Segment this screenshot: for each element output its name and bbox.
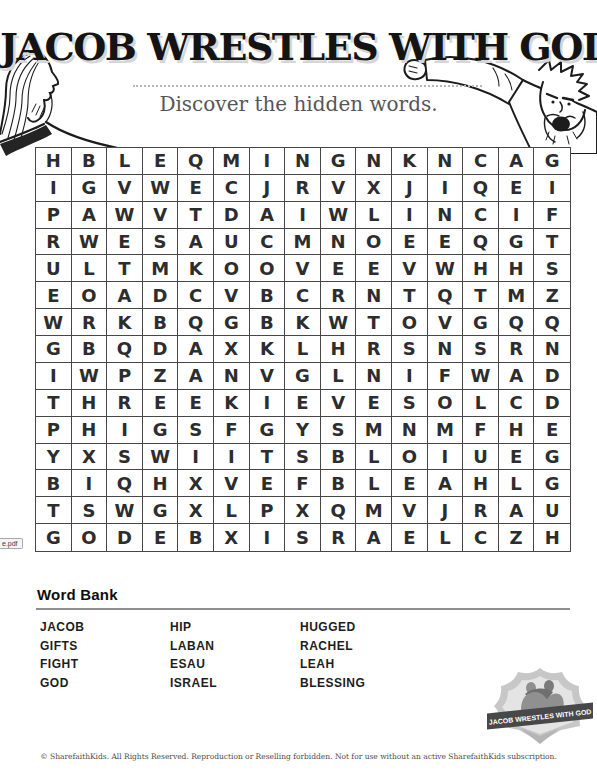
grid-cell[interactable]: X [178,470,214,497]
grid-cell[interactable]: I [392,202,428,229]
grid-cell[interactable]: N [428,148,464,175]
word-bank-heading: Word Bank [37,586,118,603]
grid-cell[interactable]: W [321,309,357,336]
grid-cell[interactable]: A [499,363,535,390]
grid-cell[interactable]: H [72,390,108,417]
grid-cell[interactable]: F [428,363,464,390]
grid-cell[interactable]: C [178,282,214,309]
grid-cell[interactable]: I [499,202,535,229]
grid-cell[interactable]: E [356,390,392,417]
grid-cell[interactable]: E [250,470,286,497]
grid-cell[interactable]: I [72,470,108,497]
grid-cell[interactable]: O [392,309,428,336]
grid-cell[interactable]: K [107,309,143,336]
grid-cell[interactable]: T [463,282,499,309]
grid-cell[interactable]: I [392,363,428,390]
grid-cell[interactable]: T [250,444,286,471]
grid-cell[interactable]: G [463,309,499,336]
grid-cell[interactable]: A [178,336,214,363]
grid-cell[interactable]: H [463,470,499,497]
grid-cell[interactable]: X [72,444,108,471]
grid-cell[interactable]: M [285,229,321,256]
grid-cell[interactable]: L [356,202,392,229]
grid-cell[interactable]: I [285,202,321,229]
grid-cell[interactable]: B [36,470,72,497]
grid-cell[interactable]: V [214,282,250,309]
grid-cell[interactable]: G [285,363,321,390]
grid-cell[interactable]: Y [36,444,72,471]
grid-cell[interactable]: I [250,390,286,417]
grid-cell[interactable]: G [143,497,179,524]
grid-cell[interactable]: X [356,175,392,202]
grid-cell[interactable]: O [72,282,108,309]
grid-cell[interactable]: M [143,255,179,282]
grid-cell[interactable]: I [36,175,72,202]
grid-cell[interactable]: S [285,444,321,471]
page-subtitle: Discover the hidden words. [0,92,597,116]
grid-cell[interactable]: A [356,524,392,551]
grid-cell[interactable]: A [178,363,214,390]
grid-cell[interactable]: V [143,202,179,229]
grid-cell[interactable]: P [36,202,72,229]
grid-cell[interactable]: J [392,175,428,202]
grid-cell[interactable]: C [463,148,499,175]
grid-cell[interactable]: N [285,148,321,175]
grid-cell[interactable]: F [214,417,250,444]
grid-cell[interactable]: W [36,309,72,336]
grid-cell[interactable]: M [214,148,250,175]
grid-cell[interactable]: Q [428,282,464,309]
grid-cell[interactable]: Y [285,417,321,444]
grid-cell[interactable]: B [143,309,179,336]
grid-cell[interactable]: B [321,470,357,497]
word-jacob: JACOB [40,618,85,637]
grid-cell[interactable]: E [499,175,535,202]
grid-cell[interactable]: R [285,175,321,202]
word-leah: LEAH [300,655,365,674]
grid-cell[interactable]: R [463,497,499,524]
grid-cell[interactable]: D [143,336,179,363]
grid-cell[interactable]: N [356,282,392,309]
grid-cell[interactable]: T [107,255,143,282]
grid-cell[interactable]: H [321,336,357,363]
grid-cell[interactable]: L [499,470,535,497]
grid-cell[interactable]: E [178,175,214,202]
filename-tooltip: e.pdf [0,538,23,549]
grid-cell[interactable]: A [178,229,214,256]
grid-cell[interactable]: E [428,229,464,256]
grid-cell[interactable]: I [36,363,72,390]
copyright-footer: © SharefaithKids. All Rights Reserved. R… [0,752,597,761]
grid-cell[interactable]: N [428,336,464,363]
grid-cell[interactable]: W [107,202,143,229]
grid-cell[interactable]: X [214,336,250,363]
grid-cell[interactable]: E [534,417,570,444]
grid-cell[interactable]: F [285,470,321,497]
grid-cell[interactable]: U [534,497,570,524]
grid-cell[interactable]: N [392,417,428,444]
grid-cell[interactable]: E [107,229,143,256]
grid-cell[interactable]: E [143,524,179,551]
grid-cell[interactable]: E [392,229,428,256]
grid-cell[interactable]: F [534,202,570,229]
grid-cell[interactable]: H [534,524,570,551]
grid-cell[interactable]: V [392,255,428,282]
grid-cell[interactable]: C [463,524,499,551]
grid-cell[interactable]: T [178,202,214,229]
grid-cell[interactable]: R [107,390,143,417]
word-fight: FIGHT [40,655,85,674]
grid-cell[interactable]: E [36,282,72,309]
grid-cell[interactable]: I [214,444,250,471]
word-israel: ISRAEL [170,674,217,693]
grid-cell[interactable]: J [250,175,286,202]
grid-cell[interactable]: G [214,309,250,336]
word-god: GOD [40,674,85,693]
grid-cell[interactable]: G [72,175,108,202]
grid-cell[interactable]: W [72,229,108,256]
grid-cell[interactable]: E [285,390,321,417]
grid-cell[interactable]: B [72,336,108,363]
grid-cell[interactable]: O [356,229,392,256]
grid-cell[interactable]: O [250,255,286,282]
word-hugged: HUGGED [300,618,365,637]
grid-cell[interactable]: Z [499,524,535,551]
grid-cell[interactable]: T [36,390,72,417]
grid-cell[interactable]: Q [178,309,214,336]
grid-cell[interactable]: S [72,497,108,524]
grid-cell[interactable]: N [428,202,464,229]
grid-cell[interactable]: Q [321,497,357,524]
grid-cell[interactable]: X [285,497,321,524]
word-laban: LABAN [170,637,217,656]
grid-cell[interactable]: V [392,497,428,524]
grid-cell[interactable]: L [321,363,357,390]
grid-cell[interactable]: H [72,417,108,444]
grid-cell[interactable]: Q [463,175,499,202]
grid-cell[interactable]: V [321,175,357,202]
grid-cell[interactable]: T [356,309,392,336]
grid-cell[interactable]: H [143,470,179,497]
grid-cell[interactable]: T [534,229,570,256]
grid-cell[interactable]: A [250,202,286,229]
grid-cell[interactable]: W [72,363,108,390]
grid-cell[interactable]: V [285,255,321,282]
grid-cell[interactable]: B [321,444,357,471]
grid-cell[interactable]: R [321,282,357,309]
grid-cell[interactable]: S [392,336,428,363]
grid-cell[interactable]: L [463,390,499,417]
grid-cell[interactable]: M [499,282,535,309]
grid-cell[interactable]: G [36,336,72,363]
grid-cell[interactable]: D [214,202,250,229]
grid-cell[interactable]: H [36,148,72,175]
grid-cell[interactable]: B [250,309,286,336]
grid-cell[interactable]: X [178,497,214,524]
grid-cell[interactable]: K [178,255,214,282]
grid-cell[interactable]: S [463,336,499,363]
grid-cell[interactable]: R [72,309,108,336]
grid-cell[interactable]: D [534,363,570,390]
grid-cell[interactable]: R [36,229,72,256]
grid-cell[interactable]: L [356,444,392,471]
grid-cell[interactable]: K [214,390,250,417]
grid-cell[interactable]: Q [178,148,214,175]
word-bank-divider [36,608,570,610]
grid-cell[interactable]: D [534,390,570,417]
grid-cell[interactable]: A [72,202,108,229]
grid-cell[interactable]: R [499,336,535,363]
grid-cell[interactable]: W [428,255,464,282]
grid-cell[interactable]: P [250,497,286,524]
grid-cell[interactable]: K [285,309,321,336]
word-hip: HIP [170,618,217,637]
grid-cell[interactable]: H [499,417,535,444]
grid-cell[interactable]: R [321,524,357,551]
grid-cell[interactable]: G [143,417,179,444]
grid-cell[interactable]: P [107,363,143,390]
grid-cell[interactable]: D [143,282,179,309]
grid-cell[interactable]: I [250,148,286,175]
grid-cell[interactable]: E [392,524,428,551]
grid-cell[interactable]: E [321,255,357,282]
grid-cell[interactable]: V [107,175,143,202]
grid-cell[interactable]: O [214,255,250,282]
grid-cell[interactable]: I [107,417,143,444]
grid-cell[interactable]: Z [143,363,179,390]
grid-cell[interactable]: S [321,417,357,444]
grid-cell[interactable]: H [463,255,499,282]
grid-cell[interactable]: N [321,229,357,256]
grid-cell[interactable]: I [428,175,464,202]
grid-cell[interactable]: S [285,524,321,551]
grid-cell[interactable]: S [107,444,143,471]
grid-cell[interactable]: A [428,470,464,497]
grid-cell[interactable]: Q [463,229,499,256]
grid-cell[interactable]: E [392,470,428,497]
grid-cell[interactable]: Q [107,470,143,497]
dotted-divider [133,85,482,87]
grid-cell[interactable]: L [285,336,321,363]
grid-cell[interactable]: B [178,524,214,551]
grid-cell[interactable]: A [499,148,535,175]
grid-cell[interactable]: N [356,363,392,390]
grid-cell[interactable]: V [214,470,250,497]
grid-cell[interactable]: B [250,282,286,309]
grid-cell[interactable]: R [356,336,392,363]
grid-cell[interactable]: B [72,148,108,175]
grid-cell[interactable]: W [463,363,499,390]
grid-cell[interactable]: A [107,282,143,309]
grid-cell[interactable]: W [143,175,179,202]
grid-cell[interactable]: G [321,148,357,175]
grid-cell[interactable]: E [356,255,392,282]
grid-cell[interactable]: G [534,470,570,497]
grid-cell[interactable]: C [285,282,321,309]
grid-cell[interactable]: G [534,148,570,175]
grid-cell[interactable]: V [428,309,464,336]
grid-cell[interactable]: Q [499,309,535,336]
grid-cell[interactable]: E [143,390,179,417]
word-bank-column-3: HUGGED RACHEL LEAH BLESSING [300,618,365,692]
page-title: JACOB WRESTLES WITH GOD [0,24,597,69]
grid-cell[interactable]: W [107,497,143,524]
grid-cell[interactable]: V [250,363,286,390]
grid-cell[interactable]: I [428,444,464,471]
grid-cell[interactable]: V [321,390,357,417]
grid-cell[interactable]: S [143,229,179,256]
grid-cell[interactable]: L [214,497,250,524]
grid-cell[interactable]: P [36,417,72,444]
grid-cell[interactable]: N [356,148,392,175]
grid-cell[interactable]: T [36,497,72,524]
grid-cell[interactable]: L [107,148,143,175]
grid-cell[interactable]: G [36,524,72,551]
grid-cell[interactable]: Q [534,309,570,336]
grid-cell[interactable]: U [36,255,72,282]
grid-cell[interactable]: C [463,202,499,229]
grid-cell[interactable]: C [250,229,286,256]
word-esau: ESAU [170,655,217,674]
grid-cell[interactable]: E [143,148,179,175]
grid-cell[interactable]: S [534,255,570,282]
grid-cell[interactable]: K [392,148,428,175]
word-search-grid: HBLEQMINGNKNCAGIGVWECJRVXJIQEIPAWVTDAIWL… [35,147,571,552]
grid-cell[interactable]: D [107,524,143,551]
grid-cell[interactable]: S [178,417,214,444]
word-blessing: BLESSING [300,674,365,693]
grid-cell[interactable]: T [392,282,428,309]
grid-cell[interactable]: A [499,497,535,524]
grid-cell[interactable]: I [178,444,214,471]
sharefaith-badge: JACOB WRESTLES WITH GOD [487,664,593,748]
grid-cell[interactable]: N [534,336,570,363]
grid-cell[interactable]: Z [534,282,570,309]
grid-cell[interactable]: I [534,175,570,202]
grid-cell[interactable]: Q [107,336,143,363]
grid-cell[interactable]: M [428,417,464,444]
worksheet-page: JACOB WRESTLES WITH GOD Discover the hid… [0,0,597,776]
grid-cell[interactable]: G [534,444,570,471]
grid-cell[interactable]: X [214,524,250,551]
grid-cell[interactable]: L [72,255,108,282]
grid-cell[interactable]: U [463,444,499,471]
grid-cell[interactable]: E [178,390,214,417]
grid-cell[interactable]: O [428,390,464,417]
grid-cell[interactable]: C [499,390,535,417]
grid-cell[interactable]: S [392,390,428,417]
grid-cell[interactable]: U [214,229,250,256]
word-bank-column-2: HIP LABAN ESAU ISRAEL [170,618,217,692]
grid-cell[interactable]: M [356,417,392,444]
grid-cell[interactable]: I [250,524,286,551]
grid-cell[interactable]: H [499,255,535,282]
grid-cell[interactable]: O [72,524,108,551]
grid-cell[interactable]: C [214,175,250,202]
grid-cell[interactable]: L [428,524,464,551]
grid-cell[interactable]: W [143,444,179,471]
grid-cell[interactable]: N [214,363,250,390]
word-gifts: GIFTS [40,637,85,656]
grid-cell[interactable]: E [499,444,535,471]
grid-cell[interactable]: K [250,336,286,363]
grid-cell[interactable]: O [392,444,428,471]
word-bank-column-1: JACOB GIFTS FIGHT GOD [40,618,85,692]
word-rachel: RACHEL [300,637,365,656]
grid-cell[interactable]: G [250,417,286,444]
grid-cell[interactable]: F [463,417,499,444]
grid-cell[interactable]: G [499,229,535,256]
grid-cell[interactable]: W [321,202,357,229]
grid-cell[interactable]: M [356,497,392,524]
grid-cell[interactable]: J [428,497,464,524]
grid-cell[interactable]: L [356,470,392,497]
